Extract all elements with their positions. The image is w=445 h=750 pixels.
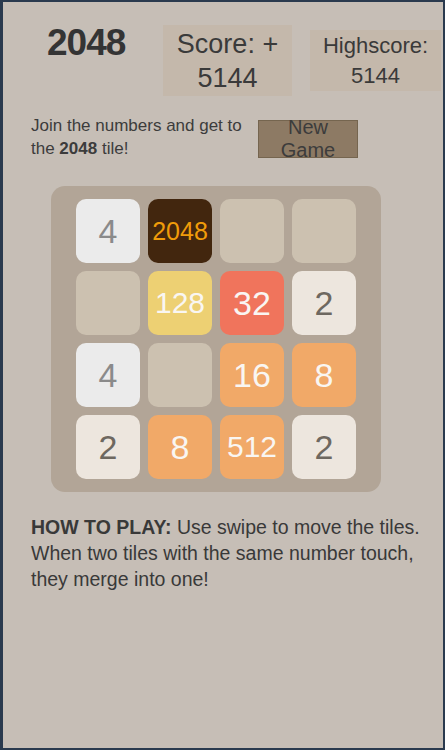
tagline-text: Join the numbers and get to the 2048 til…	[31, 114, 246, 160]
new-game-button[interactable]: New Game	[258, 120, 358, 158]
tile-8: 8	[292, 343, 356, 407]
tagline-goal-number: 2048	[59, 139, 97, 158]
tile-2: 2	[76, 415, 140, 479]
tile-8: 8	[148, 415, 212, 479]
tile-2: 2	[292, 415, 356, 479]
tile-2: 2	[292, 271, 356, 335]
tile-4: 4	[76, 199, 140, 263]
game-board[interactable]: 420481283224168285122	[51, 186, 381, 492]
tile-16: 16	[220, 343, 284, 407]
highscore-label: Highscore:	[310, 31, 441, 61]
tile-2048: 2048	[148, 199, 212, 263]
tile-grid: 420481283224168285122	[76, 199, 356, 479]
tile-4: 4	[76, 343, 140, 407]
tile-32: 32	[220, 271, 284, 335]
how-to-play-text: HOW TO PLAY: Use swipe to move the tiles…	[31, 514, 423, 592]
tile-128: 128	[148, 271, 212, 335]
cell-empty	[148, 343, 212, 407]
how-to-play-heading: HOW TO PLAY:	[31, 516, 171, 538]
highscore-box: Highscore: 5144	[310, 30, 441, 91]
highscore-value: 5144	[310, 61, 441, 91]
score-label: Score: +	[163, 27, 292, 61]
app-window: 2048 Score: + 5144 Highscore: 5144 Join …	[0, 0, 445, 750]
score-value: 5144	[163, 61, 292, 95]
game-title: 2048	[47, 22, 125, 64]
tile-512: 512	[220, 415, 284, 479]
cell-empty	[292, 199, 356, 263]
tagline-post: tile!	[97, 139, 128, 158]
score-box: Score: + 5144	[163, 25, 292, 96]
cell-empty	[76, 271, 140, 335]
cell-empty	[220, 199, 284, 263]
